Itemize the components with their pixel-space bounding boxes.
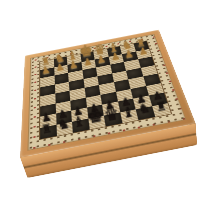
- black-P-glyph: ♟: [36, 111, 58, 126]
- black-P-glyph: ♟: [131, 92, 153, 107]
- product-photo: ♜♞♝♚♛♝♞♜♟♟♟♟♟♟♟♟♟♟♟♟♟♟♟♟♜♞♝♚♛♝♞♜: [0, 0, 200, 200]
- black-P-glyph: ♟: [52, 108, 74, 123]
- black-P-glyph: ♟: [99, 98, 121, 113]
- black-P-glyph: ♟: [68, 105, 90, 120]
- black-P-glyph: ♟: [115, 95, 137, 110]
- chess-box: ♜♞♝♚♛♝♞♜♟♟♟♟♟♟♟♟♟♟♟♟♟♟♟♟♜♞♝♚♛♝♞♜: [28, 49, 197, 178]
- black-B-glyph: ♝: [117, 104, 140, 121]
- scene-3d: ♜♞♝♚♛♝♞♜♟♟♟♟♟♟♟♟♟♟♟♟♟♟♟♟♜♞♝♚♛♝♞♜: [0, 0, 200, 200]
- white-P-glyph: ♟: [64, 58, 83, 71]
- black-B-glyph: ♝: [68, 113, 91, 130]
- black-N-glyph: ♞: [133, 101, 156, 118]
- black-K-glyph: ♚: [83, 106, 107, 128]
- black-Q-glyph: ♛: [100, 105, 123, 125]
- black-N-glyph: ♞: [52, 117, 75, 134]
- black-P-glyph: ♟: [84, 102, 106, 117]
- black-R-glyph: ♜: [36, 122, 58, 137]
